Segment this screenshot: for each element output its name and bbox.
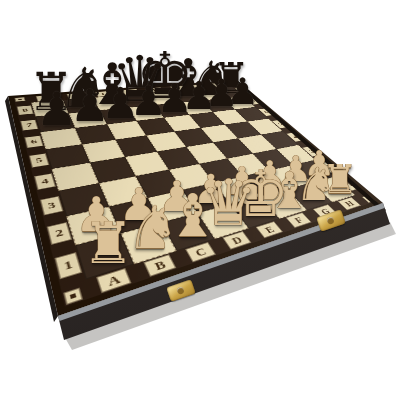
rank-label-4-left: 4 <box>34 173 56 190</box>
rank-label-6-left: 6 <box>24 135 43 148</box>
white-knight-b1[interactable]: ♞ <box>127 199 180 258</box>
black-pawn-a7[interactable]: ♟ <box>36 86 77 132</box>
rank-label-5-left: 5 <box>29 153 49 167</box>
rank-label-3-left: 3 <box>40 196 63 215</box>
frame-corner-mark <box>14 97 25 102</box>
frame-corner-mark <box>63 288 83 305</box>
white-rook-a1[interactable]: ♜ <box>82 214 133 271</box>
chess-set-photo: AA88BB77CC66DD55EE44FF33GG22HH11♜♞♝♛♚♝♞♜… <box>0 0 400 400</box>
